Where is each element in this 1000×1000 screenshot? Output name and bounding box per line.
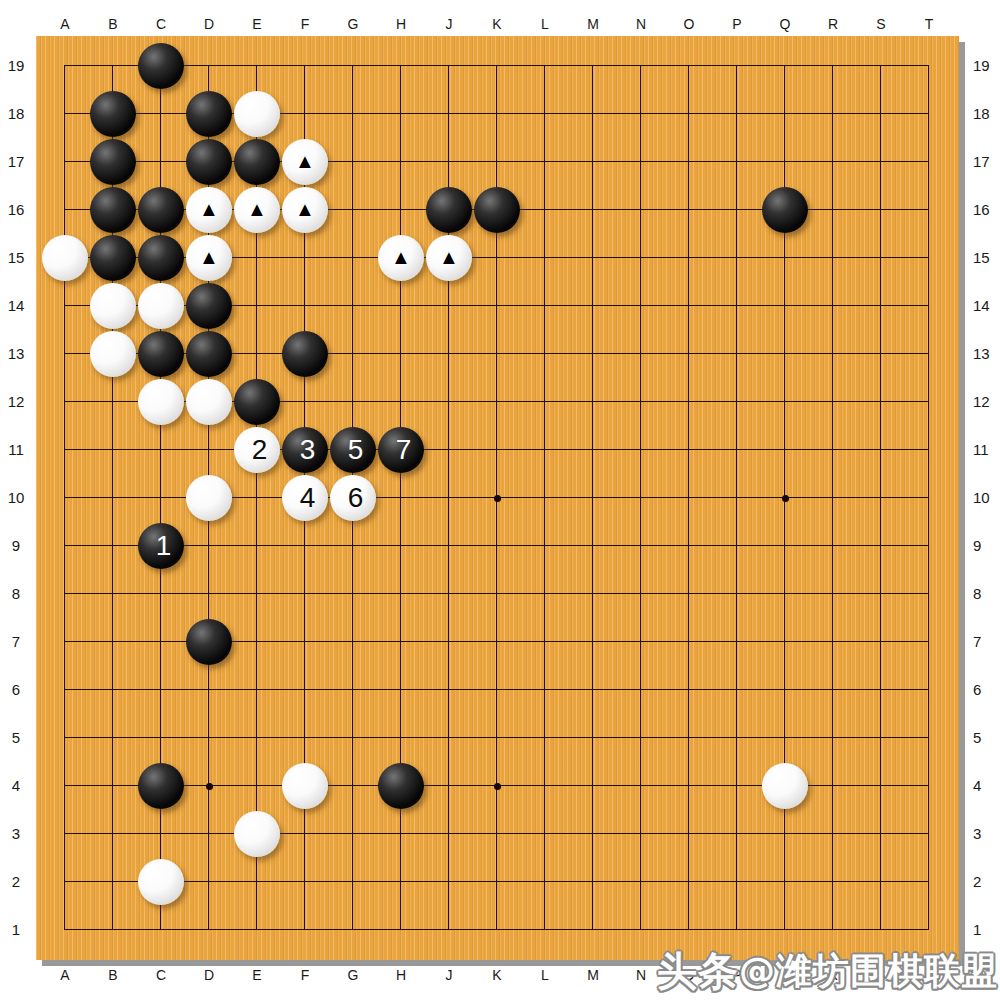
row-label-left-1: 1 bbox=[2, 921, 30, 939]
row-label-right-16: 16 bbox=[973, 201, 1000, 219]
col-label-top-J: J bbox=[435, 15, 463, 33]
stone-black-C15 bbox=[138, 235, 184, 281]
row-label-left-4: 4 bbox=[2, 777, 30, 795]
row-label-left-10: 10 bbox=[2, 489, 30, 507]
stone-white-D16: ▲ bbox=[186, 187, 232, 233]
col-label-top-P: P bbox=[723, 15, 751, 33]
col-label-bottom-H: H bbox=[387, 966, 415, 984]
stone-white-C2 bbox=[138, 859, 184, 905]
go-diagram-page: ▲▲▲▲▲▲▲2357461 AABBCCDDEEFFGGHHJJKKLLMMN… bbox=[0, 0, 1000, 1000]
stone-white-D10 bbox=[186, 475, 232, 521]
row-label-left-12: 12 bbox=[2, 393, 30, 411]
col-label-top-M: M bbox=[579, 15, 607, 33]
stone-black-E12 bbox=[234, 379, 280, 425]
col-label-top-R: R bbox=[819, 15, 847, 33]
row-label-right-10: 10 bbox=[973, 489, 1000, 507]
stone-white-J15: ▲ bbox=[426, 235, 472, 281]
stone-black-H4 bbox=[378, 763, 424, 809]
col-label-bottom-F: F bbox=[291, 966, 319, 984]
col-label-bottom-M: M bbox=[579, 966, 607, 984]
row-label-right-7: 7 bbox=[973, 633, 1000, 651]
star-point-K4 bbox=[494, 783, 501, 790]
row-label-left-14: 14 bbox=[2, 297, 30, 315]
row-label-left-13: 13 bbox=[2, 345, 30, 363]
col-label-bottom-C: C bbox=[147, 966, 175, 984]
row-label-left-6: 6 bbox=[2, 681, 30, 699]
col-label-top-F: F bbox=[291, 15, 319, 33]
stone-black-D7 bbox=[186, 619, 232, 665]
row-label-left-15: 15 bbox=[2, 249, 30, 267]
row-label-left-7: 7 bbox=[2, 633, 30, 651]
watermark-logo: 头条 bbox=[657, 948, 739, 994]
col-label-bottom-G: G bbox=[339, 966, 367, 984]
row-label-right-15: 15 bbox=[973, 249, 1000, 267]
stone-black-C16 bbox=[138, 187, 184, 233]
star-point-Q10 bbox=[782, 495, 789, 502]
stone-black-G11: 5 bbox=[330, 427, 376, 473]
row-label-right-8: 8 bbox=[973, 585, 1000, 603]
row-label-right-3: 3 bbox=[973, 825, 1000, 843]
stone-white-H15: ▲ bbox=[378, 235, 424, 281]
col-label-top-C: C bbox=[147, 15, 175, 33]
col-label-bottom-D: D bbox=[195, 966, 223, 984]
col-label-top-D: D bbox=[195, 15, 223, 33]
stone-black-J16 bbox=[426, 187, 472, 233]
col-label-top-T: T bbox=[915, 15, 943, 33]
triangle-mark-icon: ▲ bbox=[295, 199, 315, 219]
stone-black-F13 bbox=[282, 331, 328, 377]
triangle-mark-icon: ▲ bbox=[199, 247, 219, 267]
col-label-bottom-N: N bbox=[627, 966, 655, 984]
stone-black-C9: 1 bbox=[138, 523, 184, 569]
row-label-right-1: 1 bbox=[973, 921, 1000, 939]
move-number-2: 2 bbox=[247, 436, 268, 464]
stone-white-C14 bbox=[138, 283, 184, 329]
row-label-right-6: 6 bbox=[973, 681, 1000, 699]
col-label-top-B: B bbox=[99, 15, 127, 33]
stone-black-D18 bbox=[186, 91, 232, 137]
col-label-bottom-A: A bbox=[51, 966, 79, 984]
triangle-mark-icon: ▲ bbox=[439, 247, 459, 267]
row-label-right-4: 4 bbox=[973, 777, 1000, 795]
stone-white-F4 bbox=[282, 763, 328, 809]
row-label-right-11: 11 bbox=[973, 441, 1000, 459]
star-point-K10 bbox=[494, 495, 501, 502]
stone-black-D13 bbox=[186, 331, 232, 377]
stone-black-C4 bbox=[138, 763, 184, 809]
stone-white-D12 bbox=[186, 379, 232, 425]
row-label-right-14: 14 bbox=[973, 297, 1000, 315]
col-label-bottom-J: J bbox=[435, 966, 463, 984]
col-label-top-H: H bbox=[387, 15, 415, 33]
row-label-right-19: 19 bbox=[973, 57, 1000, 75]
col-label-bottom-B: B bbox=[99, 966, 127, 984]
row-label-right-18: 18 bbox=[973, 105, 1000, 123]
move-number-4: 4 bbox=[295, 484, 316, 512]
move-number-3: 3 bbox=[295, 436, 316, 464]
triangle-mark-icon: ▲ bbox=[295, 151, 315, 171]
row-label-left-8: 8 bbox=[2, 585, 30, 603]
move-number-6: 6 bbox=[343, 484, 364, 512]
col-label-top-O: O bbox=[675, 15, 703, 33]
col-label-top-G: G bbox=[339, 15, 367, 33]
row-label-right-5: 5 bbox=[973, 729, 1000, 747]
star-point-D4 bbox=[206, 783, 213, 790]
col-label-top-S: S bbox=[867, 15, 895, 33]
move-number-1: 1 bbox=[151, 532, 172, 560]
row-label-left-17: 17 bbox=[2, 153, 30, 171]
stone-white-E3 bbox=[234, 811, 280, 857]
move-number-5: 5 bbox=[343, 436, 364, 464]
stone-black-C13 bbox=[138, 331, 184, 377]
stone-black-E17 bbox=[234, 139, 280, 185]
col-label-top-A: A bbox=[51, 15, 79, 33]
stone-white-E11: 2 bbox=[234, 427, 280, 473]
row-label-left-3: 3 bbox=[2, 825, 30, 843]
stone-white-B14 bbox=[90, 283, 136, 329]
row-label-left-18: 18 bbox=[2, 105, 30, 123]
stone-black-C19 bbox=[138, 43, 184, 89]
stone-white-B13 bbox=[90, 331, 136, 377]
stone-white-F17: ▲ bbox=[282, 139, 328, 185]
stone-black-B16 bbox=[90, 187, 136, 233]
triangle-mark-icon: ▲ bbox=[199, 199, 219, 219]
col-label-top-Q: Q bbox=[771, 15, 799, 33]
stone-black-D14 bbox=[186, 283, 232, 329]
stone-white-E18 bbox=[234, 91, 280, 137]
stone-black-B15 bbox=[90, 235, 136, 281]
triangle-mark-icon: ▲ bbox=[391, 247, 411, 267]
row-label-left-9: 9 bbox=[2, 537, 30, 555]
stone-white-Q4 bbox=[762, 763, 808, 809]
row-label-right-9: 9 bbox=[973, 537, 1000, 555]
row-label-left-16: 16 bbox=[2, 201, 30, 219]
row-label-right-13: 13 bbox=[973, 345, 1000, 363]
row-label-right-2: 2 bbox=[973, 873, 1000, 891]
go-board: ▲▲▲▲▲▲▲2357461 bbox=[36, 36, 959, 960]
row-label-left-2: 2 bbox=[2, 873, 30, 891]
stone-black-H11: 7 bbox=[378, 427, 424, 473]
stone-white-D15: ▲ bbox=[186, 235, 232, 281]
stone-white-E16: ▲ bbox=[234, 187, 280, 233]
row-label-right-17: 17 bbox=[973, 153, 1000, 171]
col-label-top-N: N bbox=[627, 15, 655, 33]
row-label-left-5: 5 bbox=[2, 729, 30, 747]
stone-white-F10: 4 bbox=[282, 475, 328, 521]
stone-black-B18 bbox=[90, 91, 136, 137]
col-label-top-E: E bbox=[243, 15, 271, 33]
triangle-mark-icon: ▲ bbox=[247, 199, 267, 219]
row-label-left-11: 11 bbox=[2, 441, 30, 459]
stone-black-D17 bbox=[186, 139, 232, 185]
stone-white-C12 bbox=[138, 379, 184, 425]
row-label-right-12: 12 bbox=[973, 393, 1000, 411]
move-number-7: 7 bbox=[391, 436, 412, 464]
stone-white-A15 bbox=[42, 235, 88, 281]
watermark-handle: @潍坊围棋联盟 bbox=[739, 950, 998, 991]
col-label-bottom-E: E bbox=[243, 966, 271, 984]
stone-black-B17 bbox=[90, 139, 136, 185]
stone-black-K16 bbox=[474, 187, 520, 233]
col-label-bottom-K: K bbox=[483, 966, 511, 984]
stone-white-G10: 6 bbox=[330, 475, 376, 521]
stone-black-Q16 bbox=[762, 187, 808, 233]
col-label-top-L: L bbox=[531, 15, 559, 33]
row-label-left-19: 19 bbox=[2, 57, 30, 75]
stone-black-F11: 3 bbox=[282, 427, 328, 473]
col-label-bottom-L: L bbox=[531, 966, 559, 984]
stone-white-F16: ▲ bbox=[282, 187, 328, 233]
col-label-top-K: K bbox=[483, 15, 511, 33]
watermark: 头条@潍坊围棋联盟 bbox=[657, 944, 998, 999]
